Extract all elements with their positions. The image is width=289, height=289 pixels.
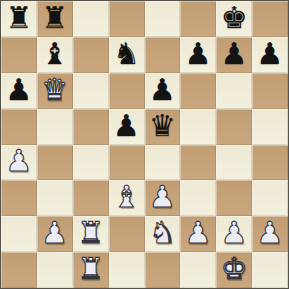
square-f3[interactable] <box>180 180 216 216</box>
square-a8[interactable]: ♜ <box>1 1 37 37</box>
square-f8[interactable] <box>180 1 216 37</box>
black-queen[interactable]: ♛ <box>149 111 176 141</box>
square-f6[interactable] <box>180 73 216 109</box>
black-pawn[interactable]: ♟ <box>257 39 284 69</box>
black-king[interactable]: ♚ <box>221 3 248 33</box>
black-rook[interactable]: ♜ <box>5 3 32 33</box>
square-a1[interactable] <box>1 252 37 288</box>
square-h8[interactable] <box>252 1 288 37</box>
square-g7[interactable]: ♟ <box>216 37 252 73</box>
square-c4[interactable] <box>73 145 109 181</box>
square-b6[interactable]: ♛ <box>37 73 73 109</box>
square-b1[interactable] <box>37 252 73 288</box>
square-d8[interactable] <box>109 1 145 37</box>
square-e6[interactable]: ♟ <box>145 73 181 109</box>
white-king[interactable]: ♚ <box>221 254 248 284</box>
black-pawn[interactable]: ♟ <box>185 39 212 69</box>
square-c7[interactable] <box>73 37 109 73</box>
white-queen[interactable]: ♛ <box>41 75 68 105</box>
white-pawn[interactable]: ♟ <box>221 218 248 248</box>
square-e5[interactable]: ♛ <box>145 109 181 145</box>
square-c1[interactable]: ♜ <box>73 252 109 288</box>
square-b7[interactable]: ♝ <box>37 37 73 73</box>
square-a6[interactable]: ♟ <box>1 73 37 109</box>
square-g2[interactable]: ♟ <box>216 216 252 252</box>
square-h2[interactable]: ♟ <box>252 216 288 252</box>
square-e1[interactable] <box>145 252 181 288</box>
square-g5[interactable] <box>216 109 252 145</box>
white-rook[interactable]: ♜ <box>77 254 104 284</box>
square-h5[interactable] <box>252 109 288 145</box>
square-a2[interactable] <box>1 216 37 252</box>
chess-board-container: ♜♜♚♝♞♟♟♟♟♛♟♟♛♟♝♟♟♜♞♟♟♟♜♚ <box>0 0 289 289</box>
square-d7[interactable]: ♞ <box>109 37 145 73</box>
square-d6[interactable] <box>109 73 145 109</box>
square-b8[interactable]: ♜ <box>37 1 73 37</box>
black-pawn[interactable]: ♟ <box>5 75 32 105</box>
square-e2[interactable]: ♞ <box>145 216 181 252</box>
square-f1[interactable] <box>180 252 216 288</box>
square-b5[interactable] <box>37 109 73 145</box>
chess-board: ♜♜♚♝♞♟♟♟♟♛♟♟♛♟♝♟♟♜♞♟♟♟♜♚ <box>0 0 289 289</box>
square-g8[interactable]: ♚ <box>216 1 252 37</box>
square-f5[interactable] <box>180 109 216 145</box>
black-pawn[interactable]: ♟ <box>113 111 140 141</box>
square-h7[interactable]: ♟ <box>252 37 288 73</box>
square-g3[interactable] <box>216 180 252 216</box>
square-b2[interactable]: ♟ <box>37 216 73 252</box>
square-b4[interactable] <box>37 145 73 181</box>
white-pawn[interactable]: ♟ <box>41 218 68 248</box>
square-h4[interactable] <box>252 145 288 181</box>
square-e4[interactable] <box>145 145 181 181</box>
white-knight[interactable]: ♞ <box>149 218 176 248</box>
black-bishop[interactable]: ♝ <box>41 39 68 69</box>
square-f7[interactable]: ♟ <box>180 37 216 73</box>
square-c8[interactable] <box>73 1 109 37</box>
white-pawn[interactable]: ♟ <box>185 218 212 248</box>
black-rook[interactable]: ♜ <box>41 3 68 33</box>
square-g4[interactable] <box>216 145 252 181</box>
square-e3[interactable]: ♟ <box>145 180 181 216</box>
white-pawn[interactable]: ♟ <box>5 146 32 176</box>
white-pawn[interactable]: ♟ <box>149 182 176 212</box>
square-h3[interactable] <box>252 180 288 216</box>
square-h1[interactable] <box>252 252 288 288</box>
square-e7[interactable] <box>145 37 181 73</box>
square-f2[interactable]: ♟ <box>180 216 216 252</box>
white-rook[interactable]: ♜ <box>77 218 104 248</box>
square-e8[interactable] <box>145 1 181 37</box>
black-pawn[interactable]: ♟ <box>149 75 176 105</box>
square-d3[interactable]: ♝ <box>109 180 145 216</box>
black-knight[interactable]: ♞ <box>113 39 140 69</box>
square-a3[interactable] <box>1 180 37 216</box>
square-c6[interactable] <box>73 73 109 109</box>
square-c2[interactable]: ♜ <box>73 216 109 252</box>
black-pawn[interactable]: ♟ <box>221 39 248 69</box>
square-a4[interactable]: ♟ <box>1 145 37 181</box>
square-d4[interactable] <box>109 145 145 181</box>
square-b3[interactable] <box>37 180 73 216</box>
square-h6[interactable] <box>252 73 288 109</box>
white-pawn[interactable]: ♟ <box>257 218 284 248</box>
square-d1[interactable] <box>109 252 145 288</box>
square-a7[interactable] <box>1 37 37 73</box>
square-a5[interactable] <box>1 109 37 145</box>
square-c3[interactable] <box>73 180 109 216</box>
square-g1[interactable]: ♚ <box>216 252 252 288</box>
square-d2[interactable] <box>109 216 145 252</box>
square-f4[interactable] <box>180 145 216 181</box>
square-g6[interactable] <box>216 73 252 109</box>
square-d5[interactable]: ♟ <box>109 109 145 145</box>
white-bishop[interactable]: ♝ <box>113 182 140 212</box>
square-c5[interactable] <box>73 109 109 145</box>
